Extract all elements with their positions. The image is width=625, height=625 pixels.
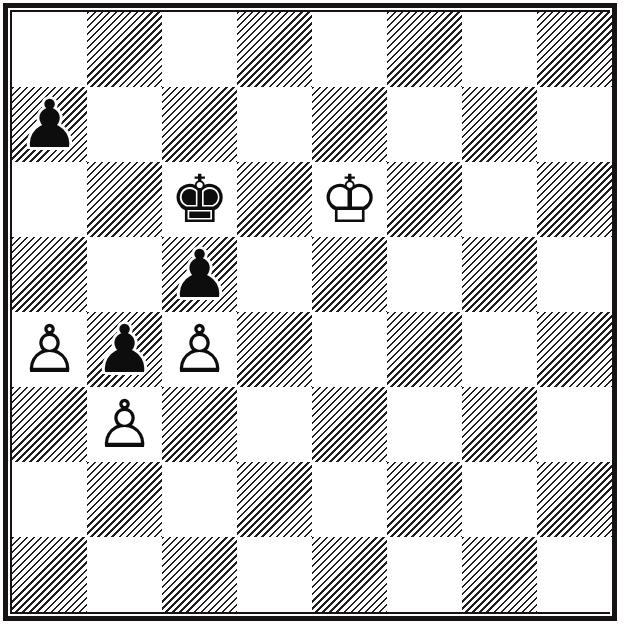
square-f5[interactable] [387, 237, 462, 312]
square-e2[interactable] [312, 462, 387, 537]
square-c1[interactable] [162, 537, 237, 612]
square-h6[interactable] [537, 162, 612, 237]
square-a6[interactable] [12, 162, 87, 237]
square-d6[interactable] [237, 162, 312, 237]
square-g3[interactable] [462, 387, 537, 462]
square-f8[interactable] [387, 12, 462, 87]
square-e8[interactable] [312, 12, 387, 87]
square-f6[interactable] [387, 162, 462, 237]
square-c4[interactable]: ♙ [162, 312, 237, 387]
square-b8[interactable] [87, 12, 162, 87]
square-a1[interactable] [12, 537, 87, 612]
piece-black-king[interactable]: ♚ [170, 167, 229, 233]
square-g1[interactable] [462, 537, 537, 612]
square-e3[interactable] [312, 387, 387, 462]
square-g4[interactable] [462, 312, 537, 387]
square-d7[interactable] [237, 87, 312, 162]
square-b7[interactable] [87, 87, 162, 162]
piece-black-pawn[interactable]: ♟ [95, 317, 154, 383]
square-a2[interactable] [12, 462, 87, 537]
square-h3[interactable] [537, 387, 612, 462]
square-h8[interactable] [537, 12, 612, 87]
square-f7[interactable] [387, 87, 462, 162]
piece-white-pawn[interactable]: ♙ [20, 317, 79, 383]
square-d4[interactable] [237, 312, 312, 387]
square-e4[interactable] [312, 312, 387, 387]
square-d3[interactable] [237, 387, 312, 462]
square-e7[interactable] [312, 87, 387, 162]
piece-black-pawn[interactable]: ♟ [20, 92, 79, 158]
square-d2[interactable] [237, 462, 312, 537]
square-g2[interactable] [462, 462, 537, 537]
square-d1[interactable] [237, 537, 312, 612]
square-e6[interactable]: ♔ [312, 162, 387, 237]
square-b5[interactable] [87, 237, 162, 312]
square-d5[interactable] [237, 237, 312, 312]
square-g7[interactable] [462, 87, 537, 162]
square-c5[interactable]: ♟ [162, 237, 237, 312]
square-h5[interactable] [537, 237, 612, 312]
square-c6[interactable]: ♚ [162, 162, 237, 237]
square-e5[interactable] [312, 237, 387, 312]
piece-white-king[interactable]: ♔ [320, 167, 379, 233]
square-g8[interactable] [462, 12, 537, 87]
square-f1[interactable] [387, 537, 462, 612]
square-f2[interactable] [387, 462, 462, 537]
square-h7[interactable] [537, 87, 612, 162]
square-h1[interactable] [537, 537, 612, 612]
square-d8[interactable] [237, 12, 312, 87]
square-h2[interactable] [537, 462, 612, 537]
square-f4[interactable] [387, 312, 462, 387]
chess-diagram-page: ♟♚♔♟♙♟♙♙ [0, 0, 625, 625]
square-c3[interactable] [162, 387, 237, 462]
square-b1[interactable] [87, 537, 162, 612]
piece-black-pawn[interactable]: ♟ [170, 242, 229, 308]
square-e1[interactable] [312, 537, 387, 612]
square-a4[interactable]: ♙ [12, 312, 87, 387]
board-outer-frame: ♟♚♔♟♙♟♙♙ [3, 3, 617, 621]
square-f3[interactable] [387, 387, 462, 462]
square-b6[interactable] [87, 162, 162, 237]
square-a5[interactable] [12, 237, 87, 312]
square-g5[interactable] [462, 237, 537, 312]
square-c2[interactable] [162, 462, 237, 537]
square-a7[interactable]: ♟ [12, 87, 87, 162]
square-b4[interactable]: ♟ [87, 312, 162, 387]
square-a8[interactable] [12, 12, 87, 87]
square-c7[interactable] [162, 87, 237, 162]
square-a3[interactable] [12, 387, 87, 462]
square-g6[interactable] [462, 162, 537, 237]
square-b3[interactable]: ♙ [87, 387, 162, 462]
piece-white-pawn[interactable]: ♙ [95, 392, 154, 458]
board-inner-frame: ♟♚♔♟♙♟♙♙ [10, 10, 610, 614]
chessboard: ♟♚♔♟♙♟♙♙ [12, 12, 608, 612]
square-c8[interactable] [162, 12, 237, 87]
square-h4[interactable] [537, 312, 612, 387]
square-b2[interactable] [87, 462, 162, 537]
piece-white-pawn[interactable]: ♙ [170, 317, 229, 383]
